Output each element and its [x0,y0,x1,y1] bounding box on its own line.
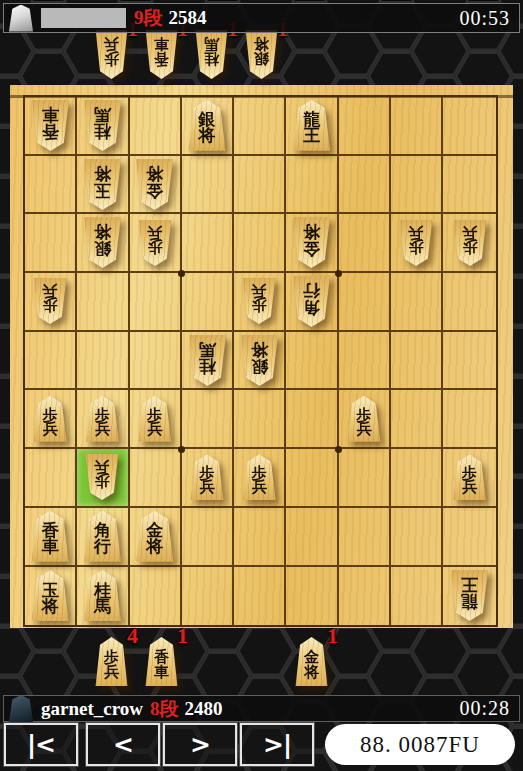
bottom-player-clock: 00:28 [459,697,510,720]
gote-piece-桂馬[interactable]: 桂馬 [81,100,124,151]
piece-kanji: 兵 [95,460,110,474]
board-square-54[interactable]: 歩兵 [234,273,286,332]
hoshi-dot [335,270,342,277]
piece-kanji: 兵 [104,665,119,679]
piece-kanji: 兵 [462,225,477,239]
piece-kanji: 王 [303,128,320,144]
sente-piece-香車[interactable]: 香車 [29,511,72,562]
gote-piece-銀将[interactable]: 銀将 [243,30,280,79]
board-square-88[interactable]: 角行 [77,508,129,567]
board-square-15[interactable] [443,332,495,391]
piece-kanji: 歩 [95,408,110,422]
board-square-63[interactable] [182,214,234,273]
board-square-65[interactable]: 桂馬 [182,332,234,391]
board-square-47[interactable] [286,449,338,508]
sente-piece-歩兵[interactable]: 歩兵 [136,396,174,442]
board-square-73[interactable]: 歩兵 [130,214,182,273]
captured-count-badge: 1 [327,623,338,649]
board-square-29[interactable] [391,567,443,626]
board-square-31[interactable] [339,97,391,156]
board-square-69[interactable] [182,567,234,626]
board-square-89[interactable]: 桂馬 [77,567,129,626]
piece-kanji: 歩 [147,408,162,422]
board-square-51[interactable] [234,97,286,156]
board-square-44[interactable]: 角行 [286,273,338,332]
gote-hand-歩兵[interactable]: 歩兵1 [93,30,130,79]
gote-hand-香車[interactable]: 香車1 [143,30,180,79]
piece-kanji: 将 [94,224,111,240]
piece-kanji: 香 [154,650,169,664]
gote-piece-歩兵[interactable]: 歩兵 [136,220,174,266]
piece-kanji: 龍 [461,593,478,609]
piece-kanji: 銀 [254,52,269,66]
board-square-26[interactable] [391,390,443,449]
piece-kanji: 金 [303,240,320,256]
piece-kanji: 歩 [409,240,424,254]
top-player-clock: 00:53 [459,7,510,30]
piece-kanji: 馬 [94,599,111,615]
sente-piece-玉将[interactable]: 玉将 [29,570,72,621]
piece-kanji: 香 [154,52,169,66]
first-move-button[interactable]: |< [4,723,78,766]
board-square-46[interactable] [286,390,338,449]
board-square-83[interactable]: 銀将 [77,214,129,273]
sente-piece-角行[interactable]: 角行 [81,511,124,562]
board-square-53[interactable] [234,214,286,273]
board-square-57[interactable]: 歩兵 [234,449,286,508]
board-square-75[interactable] [130,332,182,391]
top-player-name-redacted [41,8,126,28]
board-square-92[interactable] [25,156,77,215]
board-grid: 香車桂馬銀将龍王玉将金将銀将歩兵金将歩兵歩兵歩兵歩兵角行桂馬銀将歩兵歩兵歩兵歩兵… [23,95,498,627]
board-square-81[interactable]: 桂馬 [77,97,129,156]
gote-piece-金将[interactable]: 金将 [133,159,176,210]
board-square-67[interactable]: 歩兵 [182,449,234,508]
piece-kanji: 金 [146,181,163,197]
piece-kanji: 車 [154,37,169,51]
gote-piece-角行[interactable]: 角行 [290,276,333,327]
board-square-49[interactable] [286,567,338,626]
piece-kanji: 将 [303,224,320,240]
piece-kanji: 兵 [95,422,110,436]
board-square-23[interactable]: 歩兵 [391,214,443,273]
board-square-78[interactable]: 金将 [130,508,182,567]
piece-kanji: 歩 [95,474,110,488]
bottom-player-avatar-piece-icon [7,695,35,722]
piece-kanji: 馬 [199,341,216,357]
piece-kanji: 銀 [251,357,268,373]
board-square-77[interactable] [130,449,182,508]
gote-piece-銀将[interactable]: 銀将 [81,217,124,268]
board-square-84[interactable] [77,273,129,332]
board-square-52[interactable] [234,156,286,215]
board-square-94[interactable]: 歩兵 [25,273,77,332]
gote-piece-香車[interactable]: 香車 [143,30,180,79]
piece-kanji: 歩 [43,298,58,312]
board-square-62[interactable] [182,156,234,215]
board-square-25[interactable] [391,332,443,391]
board-square-56[interactable] [234,390,286,449]
board-square-91[interactable]: 香車 [25,97,77,156]
board-square-32[interactable] [339,156,391,215]
board-square-39[interactable] [339,567,391,626]
sente-piece-金将[interactable]: 金将 [293,637,330,686]
board-square-59[interactable] [234,567,286,626]
board-square-98[interactable]: 香車 [25,508,77,567]
piece-kanji: 車 [42,106,59,122]
board-square-18[interactable] [443,508,495,567]
piece-kanji: 将 [146,539,163,555]
board-square-42[interactable] [286,156,338,215]
board-square-93[interactable] [25,214,77,273]
gote-piece-玉将[interactable]: 玉将 [81,159,124,210]
piece-kanji: 兵 [252,480,267,494]
piece-kanji: 車 [42,539,59,555]
sente-hand-歩兵[interactable]: 歩兵4 [93,637,130,686]
board-square-58[interactable] [234,508,286,567]
gote-hand-銀将[interactable]: 銀将1 [243,30,280,79]
sente-piece-歩兵[interactable]: 歩兵 [451,454,489,500]
piece-kanji: 将 [94,165,111,181]
board-square-68[interactable] [182,508,234,567]
piece-kanji: 玉 [94,181,111,197]
piece-kanji: 桂 [94,122,111,138]
board-square-13[interactable]: 歩兵 [443,214,495,273]
gote-hand-桂馬[interactable]: 桂馬1 [193,30,230,79]
last-move-button[interactable]: >| [240,723,314,766]
sente-piece-歩兵[interactable]: 歩兵 [240,454,278,500]
board-square-27[interactable] [391,449,443,508]
piece-kanji: 兵 [356,422,371,436]
board-square-14[interactable] [443,273,495,332]
piece-kanji: 兵 [409,225,424,239]
piece-kanji: 桂 [204,52,219,66]
hoshi-dot [335,446,342,453]
gote-piece-歩兵[interactable]: 歩兵 [397,220,435,266]
previous-move-button[interactable]: < [86,723,160,766]
board-square-64[interactable] [182,273,234,332]
sente-hand-金将[interactable]: 金将1 [293,637,330,686]
gote-piece-歩兵[interactable]: 歩兵 [93,30,130,79]
board-square-74[interactable] [130,273,182,332]
board-square-72[interactable]: 金将 [130,156,182,215]
top-player-rank: 9段 [134,5,163,31]
piece-kanji: 歩 [104,650,119,664]
hoshi-dot [178,270,185,277]
piece-kanji: 桂 [199,357,216,373]
piece-kanji: 銀 [94,240,111,256]
gote-piece-香車[interactable]: 香車 [29,100,72,151]
board-square-85[interactable] [77,332,129,391]
piece-kanji: 兵 [43,284,58,298]
gote-piece-歩兵[interactable]: 歩兵 [240,278,278,324]
board-square-34[interactable] [339,273,391,332]
board-square-28[interactable] [391,508,443,567]
current-move-display: 88. 0087FU [325,724,515,765]
board-square-16[interactable] [443,390,495,449]
sente-piece-銀将[interactable]: 銀将 [186,100,229,151]
captured-count-badge: 1 [177,623,188,649]
gote-piece-桂馬[interactable]: 桂馬 [193,30,230,79]
gote-piece-歩兵[interactable]: 歩兵 [31,278,69,324]
board-square-61[interactable]: 銀将 [182,97,234,156]
bottom-player-name: garnet_crow [41,698,143,720]
piece-kanji: 将 [304,665,319,679]
board-square-43[interactable]: 金将 [286,214,338,273]
gote-piece-歩兵[interactable]: 歩兵 [451,220,489,266]
sente-piece-歩兵[interactable]: 歩兵 [93,637,130,686]
shogi-app: 9段 2584 00:53 歩兵1香車1桂馬1銀将1 香車桂馬銀将龍王玉将金将銀… [0,0,523,771]
board-square-36[interactable]: 歩兵 [339,390,391,449]
board-square-99[interactable]: 玉将 [25,567,77,626]
piece-kanji: 兵 [147,422,162,436]
top-player-avatar-piece-icon [7,5,35,32]
piece-kanji: 王 [461,577,478,593]
piece-kanji: 金 [304,650,319,664]
piece-kanji: 兵 [462,480,477,494]
top-player-bar: 9段 2584 00:53 [3,3,520,33]
top-player-rating: 2584 [169,7,207,29]
board-square-55[interactable]: 銀将 [234,332,286,391]
board-square-86[interactable]: 歩兵 [77,390,129,449]
piece-kanji: 車 [154,665,169,679]
piece-kanji: 兵 [252,284,267,298]
board-square-19[interactable]: 龍王 [443,567,495,626]
board-square-38[interactable] [339,508,391,567]
captured-count-badge: 4 [127,623,138,649]
piece-kanji: 馬 [94,106,111,122]
sente-piece-歩兵[interactable]: 歩兵 [31,396,69,442]
board-square-76[interactable]: 歩兵 [130,390,182,449]
board-square-71[interactable] [130,97,182,156]
bottom-player-bar: garnet_crow 8段 2480 00:28 [3,695,520,722]
board-square-87[interactable]: 歩兵 [77,449,129,508]
piece-kanji: 将 [199,128,216,144]
sente-piece-桂馬[interactable]: 桂馬 [81,570,124,621]
piece-kanji: 行 [94,539,111,555]
board-square-66[interactable] [182,390,234,449]
board-square-11[interactable] [443,97,495,156]
board-square-82[interactable]: 玉将 [77,156,129,215]
board-square-33[interactable] [339,214,391,273]
piece-kanji: 歩 [252,298,267,312]
piece-kanji: 兵 [43,422,58,436]
piece-kanji: 歩 [356,408,371,422]
piece-kanji: 将 [42,599,59,615]
board-square-21[interactable] [391,97,443,156]
board-square-41[interactable]: 龍王 [286,97,338,156]
sente-piece-香車[interactable]: 香車 [143,637,180,686]
bottom-player-rating: 2480 [185,698,223,720]
piece-kanji: 将 [254,37,269,51]
board-square-17[interactable]: 歩兵 [443,449,495,508]
board-square-96[interactable]: 歩兵 [25,390,77,449]
sente-piece-歩兵[interactable]: 歩兵 [83,396,121,442]
sente-hand-香車[interactable]: 香車1 [143,637,180,686]
piece-kanji: 兵 [147,225,162,239]
sente-piece-歩兵[interactable]: 歩兵 [345,396,383,442]
piece-kanji: 歩 [147,240,162,254]
piece-kanji: 兵 [104,37,119,51]
board-square-35[interactable] [339,332,391,391]
board-square-95[interactable] [25,332,77,391]
piece-kanji: 香 [42,122,59,138]
board-square-12[interactable] [443,156,495,215]
board-square-22[interactable] [391,156,443,215]
board-square-97[interactable] [25,449,77,508]
piece-kanji: 将 [251,341,268,357]
board-square-24[interactable] [391,273,443,332]
piece-kanji: 角 [303,298,320,314]
gote-piece-金将[interactable]: 金将 [290,217,333,268]
board-square-45[interactable] [286,332,338,391]
piece-kanji: 兵 [200,480,215,494]
gote-piece-龍王[interactable]: 龍王 [448,570,491,621]
sente-piece-龍王[interactable]: 龍王 [290,100,333,151]
gote-piece-歩兵[interactable]: 歩兵 [83,454,121,500]
piece-kanji: 歩 [43,408,58,422]
gote-piece-桂馬[interactable]: 桂馬 [186,335,229,386]
sente-piece-歩兵[interactable]: 歩兵 [188,454,226,500]
board-square-37[interactable] [339,449,391,508]
piece-kanji: 歩 [462,240,477,254]
board-square-48[interactable] [286,508,338,567]
piece-kanji: 馬 [204,37,219,51]
piece-kanji: 将 [146,165,163,181]
shogi-board: 香車桂馬銀将龍王玉将金将銀将歩兵金将歩兵歩兵歩兵歩兵角行桂馬銀将歩兵歩兵歩兵歩兵… [10,85,513,628]
sente-piece-金将[interactable]: 金将 [133,511,176,562]
piece-kanji: 歩 [104,52,119,66]
gote-piece-銀将[interactable]: 銀将 [238,335,281,386]
board-square-79[interactable] [130,567,182,626]
piece-kanji: 行 [303,282,320,298]
bottom-player-rank: 8段 [150,696,179,722]
next-move-button[interactable]: > [163,723,237,766]
